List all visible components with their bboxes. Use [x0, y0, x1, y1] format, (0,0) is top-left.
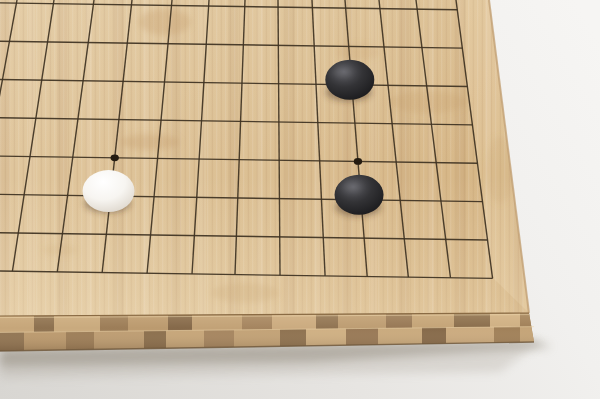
star-point [111, 154, 119, 161]
black-stone[interactable] [335, 175, 384, 215]
white-stone[interactable] [83, 170, 135, 212]
stone-highlight [342, 181, 362, 192]
board-svg [0, 0, 600, 399]
black-stone[interactable] [325, 60, 374, 100]
go-board-photo [0, 0, 600, 399]
star-point [354, 158, 362, 165]
stone-highlight [333, 66, 353, 77]
